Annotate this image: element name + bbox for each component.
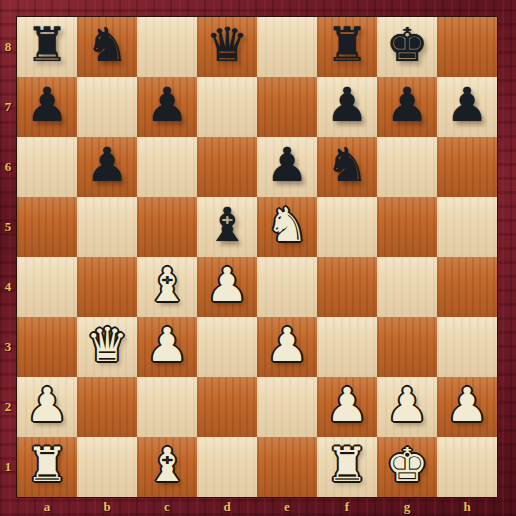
square-e5[interactable]: ♞ (257, 197, 317, 257)
square-f2[interactable]: ♟ (317, 377, 377, 437)
piece-black-rook[interactable]: ♜ (326, 15, 368, 75)
rank-label-6: 6 (0, 137, 16, 197)
square-d5[interactable]: ♝ (197, 197, 257, 257)
square-c6[interactable] (137, 137, 197, 197)
file-label-b: b (77, 498, 137, 516)
piece-white-pawn[interactable]: ♟ (446, 375, 488, 435)
square-g1[interactable]: ♚ (377, 437, 437, 497)
square-e4[interactable] (257, 257, 317, 317)
square-b5[interactable] (77, 197, 137, 257)
square-b2[interactable] (77, 377, 137, 437)
square-e8[interactable] (257, 17, 317, 77)
piece-black-king[interactable]: ♚ (386, 15, 428, 75)
square-g3[interactable] (377, 317, 437, 377)
rank-label-5: 5 (0, 197, 16, 257)
piece-white-pawn[interactable]: ♟ (326, 375, 368, 435)
piece-black-rook[interactable]: ♜ (26, 15, 68, 75)
file-label-c: c (137, 498, 197, 516)
square-h2[interactable]: ♟ (437, 377, 497, 437)
piece-black-knight[interactable]: ♞ (86, 15, 128, 75)
piece-white-pawn[interactable]: ♟ (206, 255, 248, 315)
piece-black-pawn[interactable]: ♟ (146, 75, 188, 135)
file-label-d: d (197, 498, 257, 516)
square-d6[interactable] (197, 137, 257, 197)
square-f1[interactable]: ♜ (317, 437, 377, 497)
square-b8[interactable]: ♞ (77, 17, 137, 77)
square-a8[interactable]: ♜ (17, 17, 77, 77)
square-b7[interactable] (77, 77, 137, 137)
piece-white-knight[interactable]: ♞ (266, 195, 308, 255)
piece-white-rook[interactable]: ♜ (26, 435, 68, 495)
square-c4[interactable]: ♝ (137, 257, 197, 317)
square-c1[interactable]: ♝ (137, 437, 197, 497)
piece-white-pawn[interactable]: ♟ (146, 315, 188, 375)
piece-white-rook[interactable]: ♜ (326, 435, 368, 495)
file-label-g: g (377, 498, 437, 516)
square-h4[interactable] (437, 257, 497, 317)
square-f6[interactable]: ♞ (317, 137, 377, 197)
piece-black-pawn[interactable]: ♟ (446, 75, 488, 135)
square-b6[interactable]: ♟ (77, 137, 137, 197)
square-g4[interactable] (377, 257, 437, 317)
square-c5[interactable] (137, 197, 197, 257)
square-c8[interactable] (137, 17, 197, 77)
piece-black-pawn[interactable]: ♟ (326, 75, 368, 135)
rank-label-1: 1 (0, 437, 16, 497)
square-a7[interactable]: ♟ (17, 77, 77, 137)
square-h7[interactable]: ♟ (437, 77, 497, 137)
square-h3[interactable] (437, 317, 497, 377)
square-b4[interactable] (77, 257, 137, 317)
square-f8[interactable]: ♜ (317, 17, 377, 77)
square-a5[interactable] (17, 197, 77, 257)
square-a4[interactable] (17, 257, 77, 317)
square-b3[interactable]: ♛ (77, 317, 137, 377)
piece-white-pawn[interactable]: ♟ (26, 375, 68, 435)
square-e7[interactable] (257, 77, 317, 137)
square-a3[interactable] (17, 317, 77, 377)
square-h1[interactable] (437, 437, 497, 497)
square-e2[interactable] (257, 377, 317, 437)
file-label-e: e (257, 498, 317, 516)
piece-black-pawn[interactable]: ♟ (86, 135, 128, 195)
piece-white-pawn[interactable]: ♟ (266, 315, 308, 375)
square-c3[interactable]: ♟ (137, 317, 197, 377)
square-a2[interactable]: ♟ (17, 377, 77, 437)
rank-label-8: 8 (0, 17, 16, 77)
file-label-f: f (317, 498, 377, 516)
square-g6[interactable] (377, 137, 437, 197)
square-a6[interactable] (17, 137, 77, 197)
rank-label-3: 3 (0, 317, 16, 377)
square-f4[interactable] (317, 257, 377, 317)
square-d1[interactable] (197, 437, 257, 497)
piece-black-queen[interactable]: ♛ (206, 15, 248, 75)
piece-white-bishop[interactable]: ♝ (146, 435, 188, 495)
rank-label-2: 2 (0, 377, 16, 437)
square-e3[interactable]: ♟ (257, 317, 317, 377)
square-g7[interactable]: ♟ (377, 77, 437, 137)
chessboard-frame: ♜♞♛♜♚♟♟♟♟♟♟♟♞♝♞♝♟♛♟♟♟♟♟♟♜♝♜♚ 87654321 ab… (0, 0, 516, 516)
square-g2[interactable]: ♟ (377, 377, 437, 437)
file-label-a: a (17, 498, 77, 516)
square-e6[interactable]: ♟ (257, 137, 317, 197)
piece-black-pawn[interactable]: ♟ (386, 75, 428, 135)
square-d4[interactable]: ♟ (197, 257, 257, 317)
piece-black-pawn[interactable]: ♟ (266, 135, 308, 195)
piece-white-king[interactable]: ♚ (386, 435, 428, 495)
piece-black-bishop[interactable]: ♝ (206, 195, 248, 255)
square-h5[interactable] (437, 197, 497, 257)
piece-white-pawn[interactable]: ♟ (386, 375, 428, 435)
square-c7[interactable]: ♟ (137, 77, 197, 137)
piece-white-queen[interactable]: ♛ (86, 315, 128, 375)
square-b1[interactable] (77, 437, 137, 497)
piece-black-knight[interactable]: ♞ (326, 135, 368, 195)
square-d7[interactable] (197, 77, 257, 137)
square-d3[interactable] (197, 317, 257, 377)
square-c2[interactable] (137, 377, 197, 437)
rank-label-7: 7 (0, 77, 16, 137)
chessboard: ♜♞♛♜♚♟♟♟♟♟♟♟♞♝♞♝♟♛♟♟♟♟♟♟♜♝♜♚ (16, 16, 498, 498)
square-g8[interactable]: ♚ (377, 17, 437, 77)
square-a1[interactable]: ♜ (17, 437, 77, 497)
square-g5[interactable] (377, 197, 437, 257)
square-d8[interactable]: ♛ (197, 17, 257, 77)
file-label-h: h (437, 498, 497, 516)
piece-white-bishop[interactable]: ♝ (146, 255, 188, 315)
square-d2[interactable] (197, 377, 257, 437)
square-f5[interactable] (317, 197, 377, 257)
rank-label-4: 4 (0, 257, 16, 317)
square-e1[interactable] (257, 437, 317, 497)
square-f3[interactable] (317, 317, 377, 377)
piece-black-pawn[interactable]: ♟ (26, 75, 68, 135)
square-h8[interactable] (437, 17, 497, 77)
square-f7[interactable]: ♟ (317, 77, 377, 137)
square-h6[interactable] (437, 137, 497, 197)
